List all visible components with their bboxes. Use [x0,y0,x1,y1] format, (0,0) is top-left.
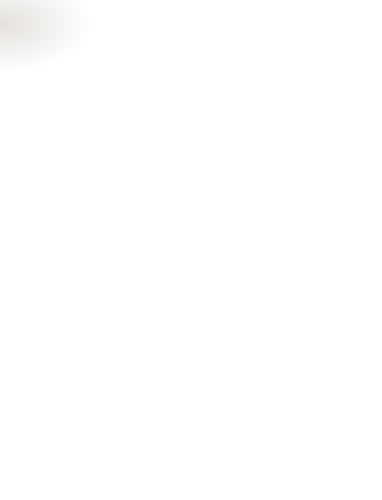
letter-pieces-layer [0,0,382,500]
product-photo [0,0,382,500]
